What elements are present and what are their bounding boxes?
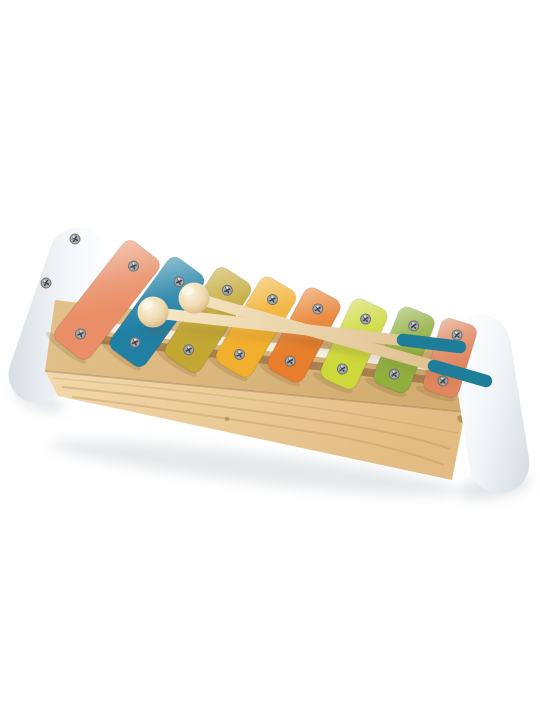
mallet-1-head <box>138 297 169 328</box>
cap-screw <box>70 234 80 244</box>
cap-screw <box>41 278 51 288</box>
wood-knot <box>225 417 229 421</box>
mallet-1-tip <box>403 340 460 347</box>
mallet-2-head <box>179 283 210 314</box>
xylophone-product-photo <box>0 0 540 720</box>
product-photo-canvas <box>0 0 540 720</box>
